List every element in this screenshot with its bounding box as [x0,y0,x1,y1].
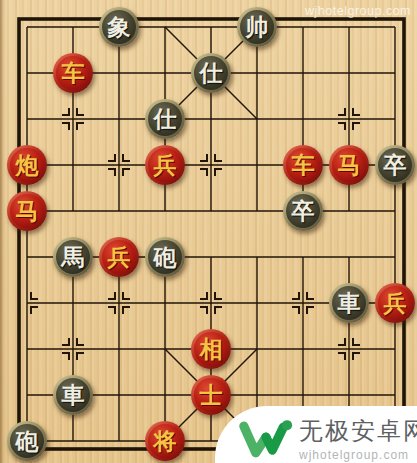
piece-character: 仕 [194,56,228,90]
piece-red-兵[interactable]: 兵 [99,237,139,277]
piece-black-卒[interactable]: 卒 [375,145,415,185]
piece-black-卒[interactable]: 卒 [283,191,323,231]
piece-red-将[interactable]: 将 [145,421,185,461]
watermark-site-url: wjhotelgroup.com [299,448,417,462]
xiangqi-screenshot: 象帅车仕仕炮兵车马卒马卒馬兵砲車兵相士車砲将 wjhotelgroup.com … [0,0,417,463]
board-point-0-4[interactable]: 马 [4,188,50,234]
wuji-logo-icon [237,416,293,462]
board-point-6-3[interactable]: 车 [280,142,326,188]
piece-character: 车 [286,148,320,182]
board-point-3-2[interactable]: 仕 [142,96,188,142]
board-point-1-1[interactable]: 车 [50,50,96,96]
board-point-1-5[interactable]: 馬 [50,234,96,280]
board-point-0-3[interactable]: 炮 [4,142,50,188]
board-point-0-9[interactable]: 砲 [4,418,50,463]
piece-character: 马 [332,148,366,182]
board-point-3-3[interactable]: 兵 [142,142,188,188]
board-point-7-3[interactable]: 马 [326,142,372,188]
piece-character: 砲 [10,424,44,458]
watermark-overlay: 无极安卓网 wjhotelgroup.com [215,406,417,463]
piece-character: 兵 [102,240,136,274]
piece-character: 卒 [286,194,320,228]
board-point-2-0[interactable]: 象 [96,4,142,50]
piece-character: 兵 [148,148,182,182]
piece-character: 砲 [148,240,182,274]
board-point-4-8[interactable]: 士 [188,372,234,418]
piece-red-兵[interactable]: 兵 [375,283,415,323]
board-point-2-5[interactable]: 兵 [96,234,142,280]
piece-character: 馬 [56,240,90,274]
board-point-3-5[interactable]: 砲 [142,234,188,280]
piece-red-马[interactable]: 马 [329,145,369,185]
piece-character: 兵 [378,286,412,320]
piece-character: 相 [194,332,228,366]
piece-character: 炮 [10,148,44,182]
watermark-top-right: wjhotelgroup.com [305,4,411,18]
piece-black-車[interactable]: 車 [53,375,93,415]
piece-character: 帅 [240,10,274,44]
piece-black-仕[interactable]: 仕 [191,53,231,93]
board-point-7-6[interactable]: 車 [326,280,372,326]
piece-character: 車 [332,286,366,320]
piece-black-車[interactable]: 車 [329,283,369,323]
watermark-site-name: 无极安卓网 [299,415,417,447]
piece-red-车[interactable]: 车 [283,145,323,185]
board-point-1-8[interactable]: 車 [50,372,96,418]
piece-red-兵[interactable]: 兵 [145,145,185,185]
piece-character: 马 [10,194,44,228]
piece-black-砲[interactable]: 砲 [145,237,185,277]
piece-character: 象 [102,10,136,44]
board-point-8-3[interactable]: 卒 [372,142,417,188]
board-point-4-7[interactable]: 相 [188,326,234,372]
piece-character: 仕 [148,102,182,136]
piece-black-馬[interactable]: 馬 [53,237,93,277]
piece-red-相[interactable]: 相 [191,329,231,369]
piece-character: 卒 [378,148,412,182]
piece-character: 車 [56,378,90,412]
piece-red-炮[interactable]: 炮 [7,145,47,185]
board-point-4-1[interactable]: 仕 [188,50,234,96]
piece-red-马[interactable]: 马 [7,191,47,231]
board-point-6-4[interactable]: 卒 [280,188,326,234]
piece-red-车[interactable]: 车 [53,53,93,93]
xiangqi-board[interactable]: 象帅车仕仕炮兵车马卒马卒馬兵砲車兵相士車砲将 [4,4,417,463]
piece-character: 车 [56,56,90,90]
piece-black-仕[interactable]: 仕 [145,99,185,139]
piece-black-砲[interactable]: 砲 [7,421,47,461]
board-point-5-0[interactable]: 帅 [234,4,280,50]
board-point-8-6[interactable]: 兵 [372,280,417,326]
piece-character: 将 [148,424,182,458]
piece-red-士[interactable]: 士 [191,375,231,415]
piece-character: 士 [194,378,228,412]
piece-black-帅[interactable]: 帅 [237,7,277,47]
board-point-3-9[interactable]: 将 [142,418,188,463]
piece-black-象[interactable]: 象 [99,7,139,47]
